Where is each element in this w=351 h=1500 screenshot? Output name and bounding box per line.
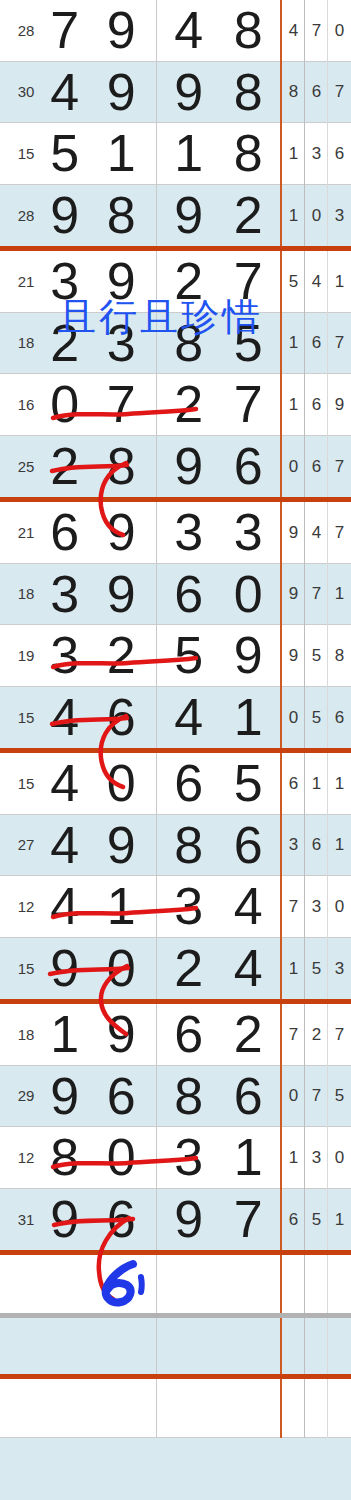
digit-cell: 4 (157, 4, 220, 56)
tail-cell: 3 (328, 207, 351, 224)
digit-cell: 2 (157, 378, 220, 430)
digit-cell: 9 (93, 4, 150, 56)
digit-cell: 8 (36, 1131, 93, 1183)
digit-cell: 3 (36, 568, 93, 620)
digit-cell: 7 (217, 255, 280, 307)
tail-cell: 0 (282, 1087, 305, 1104)
tail-cell: 0 (282, 709, 305, 726)
table-row: 304998867 (0, 62, 351, 124)
digit-cell: 9 (157, 189, 220, 241)
digit-cell: 7 (217, 378, 280, 430)
tail-cell: 3 (282, 836, 305, 853)
digit-cell: 6 (93, 691, 150, 743)
tail-cell: 9 (282, 585, 305, 602)
digit-cell: 8 (217, 127, 280, 179)
digit-cell: 4 (217, 942, 280, 994)
table-row: 160727169 (0, 374, 351, 436)
tail-cell: 4 (305, 524, 328, 541)
tail-cell: 4 (305, 273, 328, 290)
digit-cell: 0 (93, 757, 150, 809)
digit-cell: 9 (93, 568, 150, 620)
tail-cell: 7 (305, 585, 328, 602)
digit-cell: 5 (217, 317, 280, 369)
chart-scroll-area[interactable]: 2879484703049988671551181362898921032139… (0, 0, 351, 1255)
table-row: 124134730 (0, 876, 351, 938)
table-row: 193259958 (0, 625, 351, 687)
digit-cell: 5 (217, 757, 280, 809)
tail-cell: 0 (282, 458, 305, 475)
tail-cell: 8 (282, 83, 305, 100)
table-row: 159024153 (0, 938, 351, 1000)
tail-cell: 1 (328, 273, 351, 290)
digit-cell: 8 (93, 189, 150, 241)
digit-cell: 6 (93, 1193, 150, 1245)
tail-cell: 1 (282, 1149, 305, 1166)
tail-cell: 7 (328, 83, 351, 100)
digit-cell: 4 (36, 66, 93, 118)
group-separator (0, 748, 351, 753)
digit-cell: 3 (36, 629, 93, 681)
note-row (0, 1255, 351, 1313)
digit-cell: 2 (36, 440, 93, 492)
digit-cell: 4 (157, 691, 220, 743)
digit-cell: 1 (217, 1131, 280, 1183)
digit-cell: 3 (157, 880, 220, 932)
tail-cell: 5 (328, 1087, 351, 1104)
thick-gray-divider (0, 1313, 351, 1318)
tail-cell: 1 (328, 836, 351, 853)
digit-cell: 6 (157, 757, 220, 809)
digit-cell: 9 (217, 629, 280, 681)
digit-cell: 3 (36, 255, 93, 307)
tail-cell: 5 (305, 709, 328, 726)
tail-cell: 2 (305, 1026, 328, 1043)
group-separator (0, 497, 351, 502)
table-row: 252896067 (0, 436, 351, 498)
tail-cell: 6 (305, 83, 328, 100)
digit-cell: 2 (157, 942, 220, 994)
table-row: 155118136 (0, 123, 351, 185)
tail-cell: 7 (282, 898, 305, 915)
group-separator (0, 999, 351, 1004)
digit-cell: 0 (36, 378, 93, 430)
tail-cell: 5 (305, 960, 328, 977)
tail-cell: 5 (282, 273, 305, 290)
digit-cell: 8 (157, 1070, 220, 1122)
tail-cell: 1 (328, 1211, 351, 1228)
tail-cell: 6 (328, 709, 351, 726)
digit-cell: 9 (93, 819, 150, 871)
tail-cell: 3 (305, 898, 328, 915)
tail-cell: 6 (282, 775, 305, 792)
digit-cell: 4 (36, 691, 93, 743)
digit-cell: 9 (93, 255, 150, 307)
digit-cell: 8 (217, 66, 280, 118)
digit-cell: 2 (217, 189, 280, 241)
empty-row-white (0, 1379, 351, 1438)
digit-cell: 3 (157, 1131, 220, 1183)
tail-cell: 6 (305, 396, 328, 413)
digit-cell: 7 (217, 1193, 280, 1245)
tail-cell: 1 (305, 775, 328, 792)
tail-cell: 0 (305, 207, 328, 224)
tail-cell: 6 (282, 1211, 305, 1228)
tail-cell: 0 (328, 22, 351, 39)
digit-cell: 2 (93, 629, 150, 681)
digit-cell: 3 (157, 506, 220, 558)
digit-cell: 2 (157, 255, 220, 307)
digit-cell: 4 (36, 880, 93, 932)
tail-cell: 3 (305, 145, 328, 162)
digit-cell: 4 (36, 757, 93, 809)
tail-cell: 7 (328, 458, 351, 475)
table-row: 154641056 (0, 687, 351, 749)
digit-cell: 3 (93, 317, 150, 369)
digit-cell: 1 (93, 127, 150, 179)
tail-cell: 1 (282, 207, 305, 224)
tail-cell: 1 (282, 145, 305, 162)
digit-cell: 1 (217, 691, 280, 743)
digit-cell: 6 (157, 568, 220, 620)
tail-cell: 8 (328, 647, 351, 664)
table-row: 181962727 (0, 1004, 351, 1066)
digit-cell: 4 (217, 880, 280, 932)
table-row: 289892103 (0, 185, 351, 247)
tail-cell: 4 (282, 22, 305, 39)
lottery-trend-chart: 2879484703049988671551181362898921032139… (0, 0, 351, 1500)
tail-cell: 9 (282, 524, 305, 541)
table-row: 319697651 (0, 1189, 351, 1251)
digit-cell: 8 (157, 317, 220, 369)
digit-cell: 9 (157, 440, 220, 492)
digit-cell: 6 (217, 440, 280, 492)
digit-cell: 7 (93, 378, 150, 430)
digit-cell: 1 (36, 1008, 93, 1060)
digit-cell: 6 (157, 1008, 220, 1060)
digit-cell: 2 (36, 317, 93, 369)
digit-cell: 6 (217, 1070, 280, 1122)
tail-cell: 7 (328, 334, 351, 351)
digit-cell: 8 (217, 4, 280, 56)
digit-cell: 9 (36, 189, 93, 241)
digit-cell: 9 (93, 506, 150, 558)
tail-cell: 1 (328, 775, 351, 792)
digit-cell: 2 (217, 1008, 280, 1060)
group-separator (0, 246, 351, 251)
digit-cell: 9 (93, 66, 150, 118)
table-row: 299686075 (0, 1066, 351, 1128)
digit-cell: 9 (36, 1193, 93, 1245)
digit-cell: 1 (93, 880, 150, 932)
tail-cell: 0 (328, 898, 351, 915)
table-row: 274986361 (0, 815, 351, 877)
tail-cell: 5 (305, 1211, 328, 1228)
table-row: 183960971 (0, 564, 351, 626)
empty-row-blue-final (0, 1438, 351, 1500)
digit-cell: 9 (157, 66, 220, 118)
digit-cell: 6 (36, 506, 93, 558)
tail-cell: 7 (305, 22, 328, 39)
tail-cell: 1 (282, 960, 305, 977)
digit-cell: 6 (217, 819, 280, 871)
group-separator (0, 1250, 351, 1255)
digit-cell: 3 (217, 506, 280, 558)
tail-cell: 6 (305, 334, 328, 351)
digit-cell: 9 (36, 942, 93, 994)
digit-cell: 9 (93, 1008, 150, 1060)
tail-cell: 7 (328, 1026, 351, 1043)
digit-cell: 0 (93, 942, 150, 994)
tail-cell: 7 (328, 524, 351, 541)
tail-cell: 6 (305, 836, 328, 853)
tail-cell: 0 (328, 1149, 351, 1166)
group-separator (0, 1374, 351, 1379)
tail-cell: 1 (282, 396, 305, 413)
digit-cell: 4 (36, 819, 93, 871)
table-row: 213927541 (0, 251, 351, 313)
tail-cell: 5 (305, 647, 328, 664)
table-row: 154065611 (0, 753, 351, 815)
digit-cell: 5 (36, 127, 93, 179)
digit-cell: 5 (157, 629, 220, 681)
tail-cell: 7 (282, 1026, 305, 1043)
digit-cell: 9 (36, 1070, 93, 1122)
digit-cell: 8 (157, 819, 220, 871)
table-row: 287948470 (0, 0, 351, 62)
table-row: 216933947 (0, 502, 351, 564)
digit-cell: 6 (93, 1070, 150, 1122)
tail-cell: 1 (282, 334, 305, 351)
digit-cell: 0 (93, 1131, 150, 1183)
tail-cell: 6 (328, 145, 351, 162)
digit-cell: 0 (217, 568, 280, 620)
digit-cell: 9 (157, 1193, 220, 1245)
tail-cell: 7 (305, 1087, 328, 1104)
digit-cell: 8 (93, 440, 150, 492)
empty-row-blue (0, 1318, 351, 1374)
digit-cell: 7 (36, 4, 93, 56)
tail-cell: 9 (328, 396, 351, 413)
digit-cell: 1 (157, 127, 220, 179)
tail-cell: 6 (305, 458, 328, 475)
tail-cell: 3 (305, 1149, 328, 1166)
tail-cell: 9 (282, 647, 305, 664)
table-row: 128031130 (0, 1127, 351, 1189)
tail-cell: 3 (328, 960, 351, 977)
table-row: 182385167 (0, 313, 351, 375)
tail-cell: 1 (328, 585, 351, 602)
